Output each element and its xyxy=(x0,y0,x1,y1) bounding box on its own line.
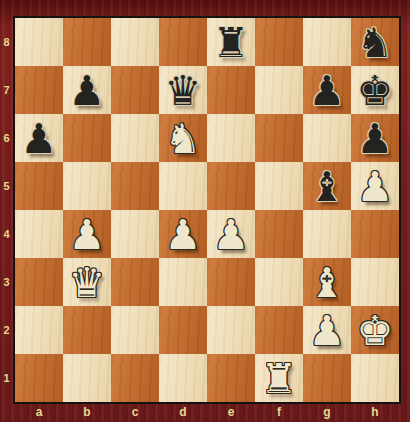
square-b4[interactable]: ♟ xyxy=(63,210,111,258)
square-c8[interactable] xyxy=(111,18,159,66)
square-d5[interactable] xyxy=(159,162,207,210)
square-d7[interactable]: ♛ xyxy=(159,66,207,114)
square-f3[interactable] xyxy=(255,258,303,306)
square-c2[interactable] xyxy=(111,306,159,354)
square-a2[interactable] xyxy=(15,306,63,354)
square-d6[interactable]: ♞ xyxy=(159,114,207,162)
square-f7[interactable] xyxy=(255,66,303,114)
square-b8[interactable] xyxy=(63,18,111,66)
square-c1[interactable] xyxy=(111,354,159,402)
file-label-b: b xyxy=(63,403,111,422)
white-pawn[interactable]: ♟ xyxy=(159,210,207,258)
file-label-g: g xyxy=(303,403,351,422)
square-e4[interactable]: ♟ xyxy=(207,210,255,258)
square-h5[interactable]: ♟ xyxy=(351,162,399,210)
square-b3[interactable]: ♛ xyxy=(63,258,111,306)
square-a7[interactable] xyxy=(15,66,63,114)
square-g1[interactable] xyxy=(303,354,351,402)
square-a8[interactable] xyxy=(15,18,63,66)
square-f4[interactable] xyxy=(255,210,303,258)
square-d4[interactable]: ♟ xyxy=(159,210,207,258)
black-pawn[interactable]: ♟ xyxy=(351,114,399,162)
rank-label-2: 2 xyxy=(0,306,13,354)
square-g7[interactable]: ♟ xyxy=(303,66,351,114)
white-knight[interactable]: ♞ xyxy=(159,114,207,162)
square-h1[interactable] xyxy=(351,354,399,402)
file-label-h: h xyxy=(351,403,399,422)
square-c5[interactable] xyxy=(111,162,159,210)
square-c6[interactable] xyxy=(111,114,159,162)
black-knight[interactable]: ♞ xyxy=(351,18,399,66)
square-a4[interactable] xyxy=(15,210,63,258)
square-h7[interactable]: ♚ xyxy=(351,66,399,114)
square-b6[interactable] xyxy=(63,114,111,162)
file-label-c: c xyxy=(111,403,159,422)
square-e6[interactable] xyxy=(207,114,255,162)
white-king[interactable]: ♚ xyxy=(351,306,399,354)
white-pawn[interactable]: ♟ xyxy=(63,210,111,258)
square-a6[interactable]: ♟ xyxy=(15,114,63,162)
rank-label-1: 1 xyxy=(0,354,13,402)
square-g6[interactable] xyxy=(303,114,351,162)
square-g5[interactable]: ♝ xyxy=(303,162,351,210)
black-rook[interactable]: ♜ xyxy=(207,18,255,66)
file-label-d: d xyxy=(159,403,207,422)
black-queen[interactable]: ♛ xyxy=(159,66,207,114)
white-queen[interactable]: ♛ xyxy=(63,258,111,306)
square-g8[interactable] xyxy=(303,18,351,66)
square-e3[interactable] xyxy=(207,258,255,306)
square-h4[interactable] xyxy=(351,210,399,258)
rank-label-3: 3 xyxy=(0,258,13,306)
black-pawn[interactable]: ♟ xyxy=(63,66,111,114)
black-bishop[interactable]: ♝ xyxy=(303,162,351,210)
black-king[interactable]: ♚ xyxy=(351,66,399,114)
square-f5[interactable] xyxy=(255,162,303,210)
square-f6[interactable] xyxy=(255,114,303,162)
white-pawn[interactable]: ♟ xyxy=(303,306,351,354)
chessboard-frame: 87654321 ♜♞♟♛♟♚♟♞♟♝♟♟♟♟♛♝♟♚♜ abcdefgh xyxy=(0,0,410,422)
square-e1[interactable] xyxy=(207,354,255,402)
square-b5[interactable] xyxy=(63,162,111,210)
square-c7[interactable] xyxy=(111,66,159,114)
square-b1[interactable] xyxy=(63,354,111,402)
square-f2[interactable] xyxy=(255,306,303,354)
square-e2[interactable] xyxy=(207,306,255,354)
square-b2[interactable] xyxy=(63,306,111,354)
square-d8[interactable] xyxy=(159,18,207,66)
rank-label-6: 6 xyxy=(0,114,13,162)
square-g3[interactable]: ♝ xyxy=(303,258,351,306)
white-rook[interactable]: ♜ xyxy=(255,354,303,402)
file-label-e: e xyxy=(207,403,255,422)
file-label-f: f xyxy=(255,403,303,422)
square-g2[interactable]: ♟ xyxy=(303,306,351,354)
square-d2[interactable] xyxy=(159,306,207,354)
white-pawn[interactable]: ♟ xyxy=(351,162,399,210)
rank-label-8: 8 xyxy=(0,18,13,66)
black-pawn[interactable]: ♟ xyxy=(303,66,351,114)
board: ♜♞♟♛♟♚♟♞♟♝♟♟♟♟♛♝♟♚♜ xyxy=(13,16,401,404)
square-a1[interactable] xyxy=(15,354,63,402)
square-c4[interactable] xyxy=(111,210,159,258)
rank-labels: 87654321 xyxy=(0,18,13,402)
square-h6[interactable]: ♟ xyxy=(351,114,399,162)
rank-label-5: 5 xyxy=(0,162,13,210)
square-h3[interactable] xyxy=(351,258,399,306)
square-e7[interactable] xyxy=(207,66,255,114)
square-e8[interactable]: ♜ xyxy=(207,18,255,66)
square-f8[interactable] xyxy=(255,18,303,66)
square-d1[interactable] xyxy=(159,354,207,402)
square-a3[interactable] xyxy=(15,258,63,306)
rank-label-4: 4 xyxy=(0,210,13,258)
square-f1[interactable]: ♜ xyxy=(255,354,303,402)
white-pawn[interactable]: ♟ xyxy=(207,210,255,258)
square-e5[interactable] xyxy=(207,162,255,210)
black-pawn[interactable]: ♟ xyxy=(15,114,63,162)
white-bishop[interactable]: ♝ xyxy=(303,258,351,306)
square-a5[interactable] xyxy=(15,162,63,210)
rank-label-7: 7 xyxy=(0,66,13,114)
file-labels: abcdefgh xyxy=(15,403,399,422)
square-b7[interactable]: ♟ xyxy=(63,66,111,114)
square-c3[interactable] xyxy=(111,258,159,306)
square-h8[interactable]: ♞ xyxy=(351,18,399,66)
file-label-a: a xyxy=(15,403,63,422)
square-h2[interactable]: ♚ xyxy=(351,306,399,354)
square-d3[interactable] xyxy=(159,258,207,306)
square-g4[interactable] xyxy=(303,210,351,258)
